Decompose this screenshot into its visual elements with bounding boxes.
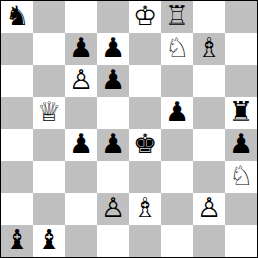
square-d1[interactable] xyxy=(97,225,129,257)
square-g7[interactable]: ♗ xyxy=(193,33,225,65)
square-f4[interactable] xyxy=(161,129,193,161)
square-h2[interactable] xyxy=(225,193,257,225)
square-e5[interactable] xyxy=(129,97,161,129)
square-d7[interactable]: ♟ xyxy=(97,33,129,65)
square-b5[interactable]: ♕ xyxy=(33,97,65,129)
white-pawn: ♙ xyxy=(197,193,221,224)
white-bishop: ♗ xyxy=(197,33,221,64)
black-pawn: ♟ xyxy=(229,129,253,160)
square-f3[interactable] xyxy=(161,161,193,193)
square-e4[interactable]: ♚ xyxy=(129,129,161,161)
square-c4[interactable]: ♟ xyxy=(65,129,97,161)
square-c3[interactable] xyxy=(65,161,97,193)
square-f6[interactable] xyxy=(161,65,193,97)
square-g4[interactable] xyxy=(193,129,225,161)
black-king: ♚ xyxy=(133,129,157,160)
square-g1[interactable] xyxy=(193,225,225,257)
square-b3[interactable] xyxy=(33,161,65,193)
square-g3[interactable] xyxy=(193,161,225,193)
square-d5[interactable] xyxy=(97,97,129,129)
square-h7[interactable] xyxy=(225,33,257,65)
black-pawn: ♟ xyxy=(69,129,93,160)
white-rook: ♖ xyxy=(165,1,189,32)
square-c7[interactable]: ♟ xyxy=(65,33,97,65)
square-d3[interactable] xyxy=(97,161,129,193)
square-c6[interactable]: ♙ xyxy=(65,65,97,97)
black-pawn: ♟ xyxy=(101,65,125,96)
square-f8[interactable]: ♖ xyxy=(161,1,193,33)
square-g8[interactable] xyxy=(193,1,225,33)
square-e8[interactable]: ♔ xyxy=(129,1,161,33)
black-bishop: ♝ xyxy=(37,225,61,256)
square-e2[interactable]: ♗ xyxy=(129,193,161,225)
square-h5[interactable]: ♜ xyxy=(225,97,257,129)
square-f7[interactable]: ♘ xyxy=(161,33,193,65)
square-h4[interactable]: ♟ xyxy=(225,129,257,161)
square-e6[interactable] xyxy=(129,65,161,97)
square-d2[interactable]: ♙ xyxy=(97,193,129,225)
white-bishop: ♗ xyxy=(133,193,157,224)
square-b8[interactable] xyxy=(33,1,65,33)
black-pawn: ♟ xyxy=(101,129,125,160)
square-a2[interactable] xyxy=(1,193,33,225)
square-b1[interactable]: ♝ xyxy=(33,225,65,257)
chess-board: ♞♔♖♟♟♘♗♙♟♕♟♜♟♟♚♟♘♙♗♙♝♝ xyxy=(0,0,258,258)
square-a5[interactable] xyxy=(1,97,33,129)
white-pawn: ♙ xyxy=(101,193,125,224)
square-e7[interactable] xyxy=(129,33,161,65)
square-e1[interactable] xyxy=(129,225,161,257)
chess-diagram: ♞♔♖♟♟♘♗♙♟♕♟♜♟♟♚♟♘♙♗♙♝♝ xyxy=(0,0,258,258)
white-pawn: ♙ xyxy=(69,65,93,96)
square-a3[interactable] xyxy=(1,161,33,193)
black-rook: ♜ xyxy=(229,97,253,128)
square-a6[interactable] xyxy=(1,65,33,97)
square-h8[interactable] xyxy=(225,1,257,33)
square-a8[interactable]: ♞ xyxy=(1,1,33,33)
square-f1[interactable] xyxy=(161,225,193,257)
square-e3[interactable] xyxy=(129,161,161,193)
white-knight: ♘ xyxy=(165,33,189,64)
square-d6[interactable]: ♟ xyxy=(97,65,129,97)
black-pawn: ♟ xyxy=(165,97,189,128)
black-pawn: ♟ xyxy=(101,33,125,64)
white-knight: ♘ xyxy=(229,161,253,192)
square-h1[interactable] xyxy=(225,225,257,257)
square-g2[interactable]: ♙ xyxy=(193,193,225,225)
white-king: ♔ xyxy=(133,1,157,32)
square-b7[interactable] xyxy=(33,33,65,65)
square-g6[interactable] xyxy=(193,65,225,97)
square-g5[interactable] xyxy=(193,97,225,129)
square-c1[interactable] xyxy=(65,225,97,257)
black-pawn: ♟ xyxy=(69,33,93,64)
square-f2[interactable] xyxy=(161,193,193,225)
square-b6[interactable] xyxy=(33,65,65,97)
square-b4[interactable] xyxy=(33,129,65,161)
square-a1[interactable]: ♝ xyxy=(1,225,33,257)
square-f5[interactable]: ♟ xyxy=(161,97,193,129)
square-h3[interactable]: ♘ xyxy=(225,161,257,193)
square-d4[interactable]: ♟ xyxy=(97,129,129,161)
square-c2[interactable] xyxy=(65,193,97,225)
square-a4[interactable] xyxy=(1,129,33,161)
black-knight: ♞ xyxy=(5,1,29,32)
square-d8[interactable] xyxy=(97,1,129,33)
square-c8[interactable] xyxy=(65,1,97,33)
white-queen: ♕ xyxy=(37,97,61,128)
square-c5[interactable] xyxy=(65,97,97,129)
black-bishop: ♝ xyxy=(5,225,29,256)
square-h6[interactable] xyxy=(225,65,257,97)
square-a7[interactable] xyxy=(1,33,33,65)
square-b2[interactable] xyxy=(33,193,65,225)
